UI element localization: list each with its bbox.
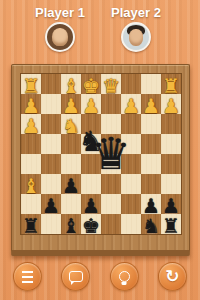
piece-wP[interactable]: ♟ [142,96,160,116]
piece-wP[interactable]: ♟ [82,96,100,116]
piece-bR[interactable]: ♜ [22,216,40,236]
piece-wK[interactable]: ♚ [82,76,100,96]
square-r1c4[interactable]: ♚ [81,74,101,94]
piece-bK[interactable]: ♚ [82,216,100,236]
menu-icon [22,271,33,283]
square-r1c6[interactable] [121,74,141,94]
square-r2c8[interactable]: ♟ [161,94,181,114]
piece-wB[interactable]: ♝ [22,176,40,196]
piece-wQ[interactable]: ♛ [102,76,120,96]
hint-button[interactable] [110,262,139,291]
piece-bN[interactable]: ♞ [142,216,160,236]
piece-wP[interactable]: ♟ [22,96,40,116]
square-r7c1[interactable] [21,194,41,214]
piece-bR[interactable]: ♜ [162,216,180,236]
square-r8c3[interactable]: ♝ [61,214,81,234]
square-r2c4[interactable]: ♟ [81,94,101,114]
square-r7c5[interactable] [101,194,121,214]
square-r6c1[interactable]: ♝ [21,174,41,194]
chat-button[interactable] [61,262,90,291]
piece-wN[interactable]: ♞ [62,116,80,136]
piece-bP[interactable]: ♟ [142,196,160,216]
square-r2c1[interactable]: ♟ [21,94,41,114]
square-r7c7[interactable]: ♟ [141,194,161,214]
piece-bQ[interactable]: ♛ [91,132,130,176]
square-r6c2[interactable] [41,174,61,194]
board: ♜♝♚♛♜♟♟♟♟♟♟♟♞♞♛♝♟♟♟♟♟♜♝♚♞♜ [21,74,181,234]
square-r3c1[interactable]: ♟ [21,114,41,134]
square-r8c1[interactable]: ♜ [21,214,41,234]
square-r1c7[interactable] [141,74,161,94]
square-r8c6[interactable] [121,214,141,234]
menu-button[interactable] [13,262,42,291]
square-r1c8[interactable]: ♜ [161,74,181,94]
board-frame: ♜♝♚♛♜♟♟♟♟♟♟♟♞♞♛♝♟♟♟♟♟♜♝♚♞♜ [11,64,190,256]
square-r2c7[interactable]: ♟ [141,94,161,114]
square-r5c1[interactable] [21,154,41,174]
piece-bP[interactable]: ♟ [162,196,180,216]
piece-bP[interactable]: ♟ [42,196,60,216]
square-r4c2[interactable] [41,134,61,154]
square-r7c8[interactable]: ♟ [161,194,181,214]
square-r8c2[interactable] [41,214,61,234]
player2-avatar [121,22,151,52]
square-r8c7[interactable]: ♞ [141,214,161,234]
piece-wP[interactable]: ♟ [122,96,140,116]
player2-name: Player 2 [94,5,178,20]
square-r6c3[interactable]: ♟ [61,174,81,194]
square-r3c8[interactable] [161,114,181,134]
player1-avatar [45,22,75,52]
player1-name: Player 1 [18,5,102,20]
square-r3c2[interactable] [41,114,61,134]
chess-app-screen: Player 1 Player 2 ♜♝♚♛♜♟♟♟♟♟♟♟♞♞♛♝♟♟♟♟♟♜… [0,0,200,300]
square-r1c2[interactable] [41,74,61,94]
square-r7c6[interactable] [121,194,141,214]
square-r6c7[interactable] [141,174,161,194]
piece-bP[interactable]: ♟ [62,176,80,196]
restart-button[interactable]: ↻ [158,262,187,291]
square-r6c8[interactable] [161,174,181,194]
square-r4c1[interactable] [21,134,41,154]
piece-wP[interactable]: ♟ [62,96,80,116]
square-r1c3[interactable]: ♝ [61,74,81,94]
restart-arrow-icon: ↻ [165,268,179,285]
square-r7c4[interactable]: ♟ [81,194,101,214]
piece-bP[interactable]: ♟ [82,196,100,216]
square-r5c5[interactable]: ♛ [101,154,121,174]
square-r2c2[interactable] [41,94,61,114]
square-r3c7[interactable] [141,114,161,134]
square-r2c5[interactable] [101,94,121,114]
chat-bubble-icon [69,271,83,282]
square-r5c8[interactable] [161,154,181,174]
piece-wB[interactable]: ♝ [62,76,80,96]
square-r8c5[interactable] [101,214,121,234]
piece-wR[interactable]: ♜ [22,76,40,96]
square-r4c8[interactable] [161,134,181,154]
piece-wP[interactable]: ♟ [22,116,40,136]
piece-wP[interactable]: ♟ [162,96,180,116]
square-r8c8[interactable]: ♜ [161,214,181,234]
square-r2c6[interactable]: ♟ [121,94,141,114]
piece-bB[interactable]: ♝ [62,216,80,236]
square-r2c3[interactable]: ♟ [61,94,81,114]
square-r5c2[interactable] [41,154,61,174]
square-r4c7[interactable] [141,134,161,154]
square-r5c7[interactable] [141,154,161,174]
toolbar: ↻ [0,262,200,291]
square-r1c1[interactable]: ♜ [21,74,41,94]
square-r8c4[interactable]: ♚ [81,214,101,234]
square-r7c2[interactable]: ♟ [41,194,61,214]
piece-wR[interactable]: ♜ [162,76,180,96]
lightbulb-icon [119,271,130,282]
square-r7c3[interactable] [61,194,81,214]
square-r1c5[interactable]: ♛ [101,74,121,94]
